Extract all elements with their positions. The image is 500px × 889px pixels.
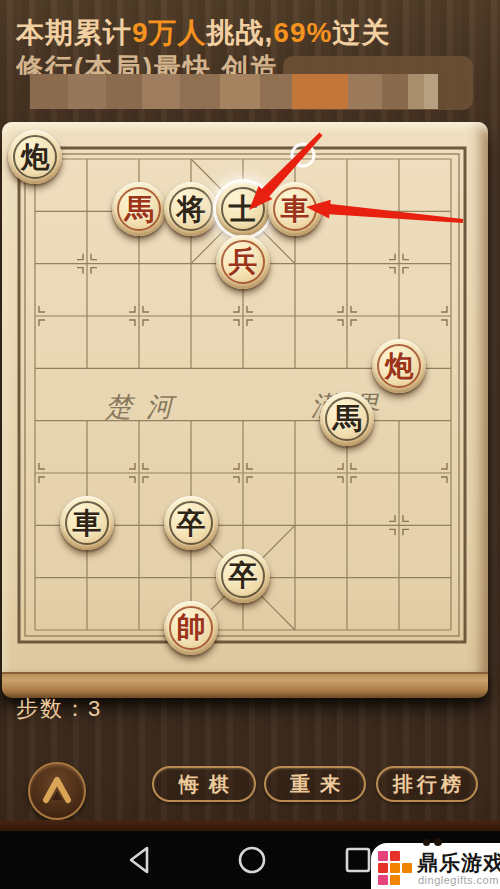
piece-glyph: 卒 bbox=[164, 496, 218, 550]
stats-segment: 挑战, bbox=[207, 17, 274, 48]
stats-segment: 9万人 bbox=[132, 17, 207, 48]
piece-red-soldier[interactable]: 兵 bbox=[216, 235, 270, 289]
watermark-domain: dinglegifts.com bbox=[418, 874, 499, 886]
piece-glyph: 帥 bbox=[164, 601, 218, 655]
piece-glyph: 卒 bbox=[216, 549, 270, 603]
piece-glyph: 馬 bbox=[112, 182, 166, 236]
piece-glyph: 炮 bbox=[372, 339, 426, 393]
nav-home-icon[interactable] bbox=[237, 845, 267, 875]
piece-black-general[interactable]: 将 bbox=[164, 182, 218, 236]
piece-black-horse[interactable]: 馬 bbox=[320, 392, 374, 446]
obscured-text-line: 修行(本局)最快 创造 bbox=[16, 50, 436, 75]
piece-glyph: 車 bbox=[60, 496, 114, 550]
piece-black-advisor[interactable]: 士 bbox=[216, 182, 270, 236]
piece-black-soldier[interactable]: 卒 bbox=[216, 549, 270, 603]
undo-button[interactable]: 悔棋 bbox=[152, 766, 256, 802]
piece-red-general[interactable]: 帥 bbox=[164, 601, 218, 655]
piece-glyph: 馬 bbox=[320, 392, 374, 446]
nav-back-icon[interactable] bbox=[126, 845, 156, 875]
piece-black-cannon[interactable]: 炮 bbox=[8, 130, 62, 184]
piece-black-soldier[interactable]: 卒 bbox=[164, 496, 218, 550]
stats-segment: 本期累计 bbox=[16, 17, 132, 48]
restart-button[interactable]: 重来 bbox=[264, 766, 366, 802]
watermark-dot bbox=[434, 838, 442, 846]
watermark-title: 鼎乐游戏 bbox=[417, 849, 500, 877]
piece-black-chariot[interactable]: 車 bbox=[60, 496, 114, 550]
piece-glyph: 兵 bbox=[216, 235, 270, 289]
home-button[interactable] bbox=[28, 762, 86, 820]
nav-recents-icon[interactable] bbox=[343, 845, 373, 875]
challenge-stats-text: 本期累计9万人挑战,69%过关 bbox=[16, 14, 390, 52]
censor-blur-bar bbox=[30, 74, 438, 109]
watermark-logo-icon bbox=[378, 851, 412, 885]
brand-mountain-icon bbox=[38, 772, 76, 810]
piece-glyph: 炮 bbox=[8, 130, 62, 184]
piece-glyph: 士 bbox=[216, 182, 270, 236]
stats-segment: 69% bbox=[273, 17, 332, 48]
banner: 本期累计9万人挑战,69%过关 修行(本局)最快 创造 bbox=[0, 0, 500, 112]
piece-red-horse[interactable]: 馬 bbox=[112, 182, 166, 236]
bottom-strip bbox=[0, 820, 500, 831]
piece-glyph: 将 bbox=[164, 182, 218, 236]
watermark: 鼎乐游戏 dinglegifts.com bbox=[371, 843, 500, 889]
move-counter: 步数：3 bbox=[16, 694, 102, 724]
piece-red-chariot[interactable]: 車 bbox=[268, 182, 322, 236]
leaderboard-button[interactable]: 排行榜 bbox=[376, 766, 478, 802]
piece-red-cannon[interactable]: 炮 bbox=[372, 339, 426, 393]
stats-segment: 过关 bbox=[332, 17, 390, 48]
xiangqi-app-screen: 本期累计9万人挑战,69%过关 修行(本局)最快 创造 楚河 漢界 炮馬将士車兵… bbox=[0, 0, 500, 889]
piece-glyph: 車 bbox=[268, 182, 322, 236]
watermark-dot bbox=[423, 839, 430, 846]
